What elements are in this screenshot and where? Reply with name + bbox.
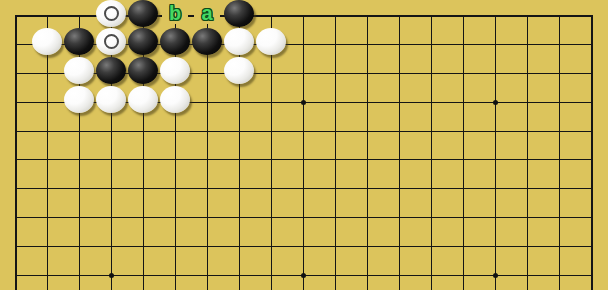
grid-line-vertical-14 — [431, 15, 432, 290]
grid-line-vertical-7 — [207, 15, 208, 290]
stone-white-D19 — [96, 0, 126, 27]
stone-white-F17 — [160, 57, 190, 84]
stone-white-J18 — [256, 28, 286, 55]
stone-white-C17 — [64, 57, 94, 84]
star-point — [301, 100, 306, 105]
circle-marker — [104, 34, 119, 49]
grid-line-horizontal-8 — [15, 217, 593, 218]
stone-black-E17 — [128, 57, 158, 84]
stone-white-H18 — [224, 28, 254, 55]
stone-white-E16 — [128, 86, 158, 113]
stone-white-D18 — [96, 28, 126, 55]
grid-line-vertical-5 — [143, 15, 144, 290]
grid-line-vertical-19 — [591, 15, 593, 290]
stone-black-C18 — [64, 28, 94, 55]
stone-white-F16 — [160, 86, 190, 113]
circle-marker — [104, 6, 119, 21]
grid-line-vertical-9 — [271, 15, 272, 290]
grid-line-horizontal-7 — [15, 188, 593, 189]
star-point — [109, 273, 114, 278]
stone-black-G18 — [192, 28, 222, 55]
stone-black-H19 — [224, 0, 254, 27]
grid-line-horizontal-6 — [15, 159, 593, 160]
grid-line-horizontal-5 — [15, 131, 593, 132]
stone-black-E19 — [128, 0, 158, 27]
star-point — [493, 273, 498, 278]
grid-line-vertical-11 — [335, 15, 336, 290]
stone-black-D17 — [96, 57, 126, 84]
grid-line-horizontal-9 — [15, 246, 593, 247]
grid-line-vertical-4 — [111, 15, 112, 290]
grid-line-vertical-18 — [559, 15, 560, 290]
move-label-b[interactable]: b — [162, 1, 188, 24]
grid-line-vertical-12 — [367, 15, 368, 290]
stone-white-C16 — [64, 86, 94, 113]
stone-black-E18 — [128, 28, 158, 55]
move-label-a[interactable]: a — [194, 1, 220, 24]
grid-line-vertical-13 — [399, 15, 400, 290]
stone-black-F18 — [160, 28, 190, 55]
grid-line-vertical-1 — [15, 15, 17, 290]
grid-line-vertical-16 — [495, 15, 496, 290]
stone-white-B18 — [32, 28, 62, 55]
grid-line-vertical-6 — [175, 15, 176, 290]
grid-line-vertical-15 — [463, 15, 464, 290]
star-point — [493, 100, 498, 105]
grid-line-vertical-8 — [239, 15, 240, 290]
star-point — [301, 273, 306, 278]
grid-line-vertical-10 — [303, 15, 304, 290]
grid-line-vertical-17 — [527, 15, 528, 290]
stone-white-D16 — [96, 86, 126, 113]
grid-line-vertical-3 — [79, 15, 80, 290]
grid-line-vertical-2 — [47, 15, 48, 290]
go-board[interactable]: ba — [0, 0, 608, 290]
stone-white-H17 — [224, 57, 254, 84]
